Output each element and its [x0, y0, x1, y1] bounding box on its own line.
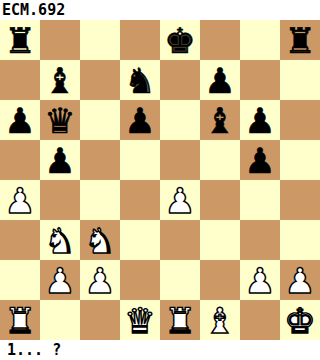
black-pawn-piece: ♟ [0, 100, 40, 140]
square-e1[interactable]: ♜ [160, 300, 200, 340]
square-b2[interactable]: ♟ [40, 260, 80, 300]
square-f7[interactable]: ♟ [200, 60, 240, 100]
square-h4[interactable] [280, 180, 320, 220]
square-e2[interactable] [160, 260, 200, 300]
square-a3[interactable] [0, 220, 40, 260]
puzzle-title: ECM.692 [0, 0, 320, 20]
square-g3[interactable] [240, 220, 280, 260]
square-h7[interactable] [280, 60, 320, 100]
square-h5[interactable] [280, 140, 320, 180]
square-c7[interactable] [80, 60, 120, 100]
square-e8[interactable]: ♚ [160, 20, 200, 60]
square-h8[interactable]: ♜ [280, 20, 320, 60]
square-g8[interactable] [240, 20, 280, 60]
square-b4[interactable] [40, 180, 80, 220]
square-e3[interactable] [160, 220, 200, 260]
square-f1[interactable]: ♝ [200, 300, 240, 340]
square-g6[interactable]: ♟ [240, 100, 280, 140]
square-g4[interactable] [240, 180, 280, 220]
black-bishop-piece: ♝ [40, 60, 80, 100]
chess-board: ♜♚♜♝♞♟♟♛♟♝♟♟♟♟♟♞♞♟♟♟♟♜♛♜♝♚ [0, 20, 320, 340]
square-a2[interactable] [0, 260, 40, 300]
square-d7[interactable]: ♞ [120, 60, 160, 100]
black-pawn-piece: ♟ [120, 100, 160, 140]
square-a4[interactable]: ♟ [0, 180, 40, 220]
black-pawn-piece: ♟ [240, 100, 280, 140]
white-rook-piece: ♜ [160, 300, 200, 340]
square-b7[interactable]: ♝ [40, 60, 80, 100]
black-pawn-piece: ♟ [240, 140, 280, 180]
square-e7[interactable] [160, 60, 200, 100]
square-d1[interactable]: ♛ [120, 300, 160, 340]
square-d6[interactable]: ♟ [120, 100, 160, 140]
white-rook-piece: ♜ [0, 300, 40, 340]
square-f2[interactable] [200, 260, 240, 300]
square-d8[interactable] [120, 20, 160, 60]
black-knight-piece: ♞ [120, 60, 160, 100]
square-g7[interactable] [240, 60, 280, 100]
square-d5[interactable] [120, 140, 160, 180]
square-f3[interactable] [200, 220, 240, 260]
black-rook-piece: ♜ [280, 20, 320, 60]
square-f8[interactable] [200, 20, 240, 60]
white-knight-piece: ♞ [40, 220, 80, 260]
white-pawn-piece: ♟ [80, 260, 120, 300]
square-h2[interactable]: ♟ [280, 260, 320, 300]
move-prompt: 1... ? [0, 340, 320, 360]
square-h6[interactable] [280, 100, 320, 140]
square-g2[interactable]: ♟ [240, 260, 280, 300]
square-h3[interactable] [280, 220, 320, 260]
square-e6[interactable] [160, 100, 200, 140]
square-a7[interactable] [0, 60, 40, 100]
square-c1[interactable] [80, 300, 120, 340]
square-b8[interactable] [40, 20, 80, 60]
black-pawn-piece: ♟ [200, 60, 240, 100]
white-knight-piece: ♞ [80, 220, 120, 260]
square-b3[interactable]: ♞ [40, 220, 80, 260]
white-queen-piece: ♛ [120, 300, 160, 340]
white-pawn-piece: ♟ [40, 260, 80, 300]
square-c4[interactable] [80, 180, 120, 220]
square-a8[interactable]: ♜ [0, 20, 40, 60]
black-queen-piece: ♛ [40, 100, 80, 140]
black-king-piece: ♚ [160, 20, 200, 60]
square-b6[interactable]: ♛ [40, 100, 80, 140]
square-f4[interactable] [200, 180, 240, 220]
white-king-piece: ♚ [280, 300, 320, 340]
square-g1[interactable] [240, 300, 280, 340]
white-pawn-piece: ♟ [0, 180, 40, 220]
square-c6[interactable] [80, 100, 120, 140]
square-e4[interactable]: ♟ [160, 180, 200, 220]
square-g5[interactable]: ♟ [240, 140, 280, 180]
white-pawn-piece: ♟ [160, 180, 200, 220]
black-bishop-piece: ♝ [200, 100, 240, 140]
black-pawn-piece: ♟ [40, 140, 80, 180]
black-rook-piece: ♜ [0, 20, 40, 60]
white-bishop-piece: ♝ [200, 300, 240, 340]
square-f5[interactable] [200, 140, 240, 180]
square-c3[interactable]: ♞ [80, 220, 120, 260]
square-b1[interactable] [40, 300, 80, 340]
square-d3[interactable] [120, 220, 160, 260]
square-a5[interactable] [0, 140, 40, 180]
square-d2[interactable] [120, 260, 160, 300]
white-pawn-piece: ♟ [240, 260, 280, 300]
square-c2[interactable]: ♟ [80, 260, 120, 300]
square-a6[interactable]: ♟ [0, 100, 40, 140]
square-f6[interactable]: ♝ [200, 100, 240, 140]
square-b5[interactable]: ♟ [40, 140, 80, 180]
white-pawn-piece: ♟ [280, 260, 320, 300]
square-e5[interactable] [160, 140, 200, 180]
square-a1[interactable]: ♜ [0, 300, 40, 340]
square-c5[interactable] [80, 140, 120, 180]
square-d4[interactable] [120, 180, 160, 220]
square-c8[interactable] [80, 20, 120, 60]
square-h1[interactable]: ♚ [280, 300, 320, 340]
